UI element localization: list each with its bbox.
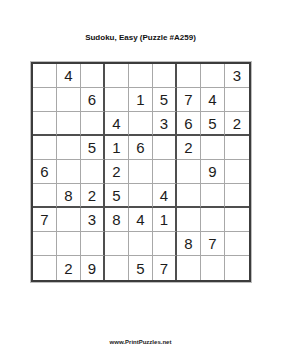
cell-r7c5-given-4: 4 [129,208,153,232]
cell-r6c1-empty[interactable] [33,184,57,208]
cell-r3c9-given-2: 2 [225,112,249,136]
cell-r2c7-given-7: 7 [177,88,201,112]
cell-r2c6-given-5: 5 [153,88,177,112]
cell-r5c9-empty[interactable] [225,160,249,184]
cell-r8c9-empty[interactable] [225,232,249,256]
cell-r7c9-empty[interactable] [225,208,249,232]
cell-r1c2-given-4: 4 [57,64,81,88]
cell-r2c3-given-6: 6 [81,88,105,112]
cell-r5c7-empty[interactable] [177,160,201,184]
cell-r8c7-given-8: 8 [177,232,201,256]
cell-r2c4-empty[interactable] [105,88,129,112]
cell-r6c5-empty[interactable] [129,184,153,208]
cell-r1c4-empty[interactable] [105,64,129,88]
cell-r6c2-given-8: 8 [57,184,81,208]
cell-r4c4-given-1: 1 [105,136,129,160]
cell-r4c9-empty[interactable] [225,136,249,160]
cell-r7c6-given-1: 1 [153,208,177,232]
cell-r9c9-empty[interactable] [225,256,249,280]
cell-r1c7-empty[interactable] [177,64,201,88]
cell-r5c5-empty[interactable] [129,160,153,184]
cell-r1c5-empty[interactable] [129,64,153,88]
cell-r7c7-empty[interactable] [177,208,201,232]
cell-r5c1-given-6: 6 [33,160,57,184]
cell-r6c4-given-5: 5 [105,184,129,208]
cell-r3c2-empty[interactable] [57,112,81,136]
cell-r2c5-given-1: 1 [129,88,153,112]
cell-r5c4-given-2: 2 [105,160,129,184]
cell-r8c4-empty[interactable] [105,232,129,256]
cell-r4c3-given-5: 5 [81,136,105,160]
cell-r8c1-empty[interactable] [33,232,57,256]
cell-r9c8-empty[interactable] [201,256,225,280]
cell-r6c3-given-2: 2 [81,184,105,208]
footer-url: www.PrintPuzzles.net [0,339,281,345]
puzzle-page: Sudoku, Easy (Puzzle #A259) 436157443652… [0,0,281,363]
cell-r4c1-empty[interactable] [33,136,57,160]
cell-r1c6-empty[interactable] [153,64,177,88]
cell-r1c3-empty[interactable] [81,64,105,88]
cell-r4c2-empty[interactable] [57,136,81,160]
cell-r9c5-given-5: 5 [129,256,153,280]
cell-r5c8-given-9: 9 [201,160,225,184]
cell-r1c9-given-3: 3 [225,64,249,88]
cell-r8c5-empty[interactable] [129,232,153,256]
cell-r5c3-empty[interactable] [81,160,105,184]
cell-r3c4-given-4: 4 [105,112,129,136]
cell-r2c1-empty[interactable] [33,88,57,112]
cell-r6c8-empty[interactable] [201,184,225,208]
cell-r6c9-empty[interactable] [225,184,249,208]
cell-r3c5-empty[interactable] [129,112,153,136]
cell-r7c4-given-8: 8 [105,208,129,232]
cell-r7c2-empty[interactable] [57,208,81,232]
cell-r2c9-empty[interactable] [225,88,249,112]
cell-r3c8-given-5: 5 [201,112,225,136]
sudoku-board: 4361574436525162629825473841872957 [31,62,251,282]
cell-r8c6-empty[interactable] [153,232,177,256]
cell-r3c7-given-6: 6 [177,112,201,136]
cell-r4c6-empty[interactable] [153,136,177,160]
cell-r7c3-given-3: 3 [81,208,105,232]
cell-r9c2-given-2: 2 [57,256,81,280]
cell-r1c1-empty[interactable] [33,64,57,88]
cell-r6c6-given-4: 4 [153,184,177,208]
cell-r6c7-empty[interactable] [177,184,201,208]
cell-r9c4-empty[interactable] [105,256,129,280]
cell-r1c8-empty[interactable] [201,64,225,88]
cell-r3c6-given-3: 3 [153,112,177,136]
cell-r2c8-given-4: 4 [201,88,225,112]
cell-r2c2-empty[interactable] [57,88,81,112]
cell-r8c8-given-7: 7 [201,232,225,256]
cell-r5c2-empty[interactable] [57,160,81,184]
cell-r9c1-empty[interactable] [33,256,57,280]
cell-r7c1-given-7: 7 [33,208,57,232]
cell-r9c6-given-7: 7 [153,256,177,280]
cell-r3c3-empty[interactable] [81,112,105,136]
cell-r8c2-empty[interactable] [57,232,81,256]
cell-r5c6-empty[interactable] [153,160,177,184]
cell-r9c3-given-9: 9 [81,256,105,280]
cell-r4c7-given-2: 2 [177,136,201,160]
puzzle-title: Sudoku, Easy (Puzzle #A259) [0,33,281,42]
cell-r4c8-empty[interactable] [201,136,225,160]
cell-r8c3-empty[interactable] [81,232,105,256]
cell-r9c7-empty[interactable] [177,256,201,280]
cell-r4c5-given-6: 6 [129,136,153,160]
cell-r3c1-empty[interactable] [33,112,57,136]
cell-r7c8-empty[interactable] [201,208,225,232]
